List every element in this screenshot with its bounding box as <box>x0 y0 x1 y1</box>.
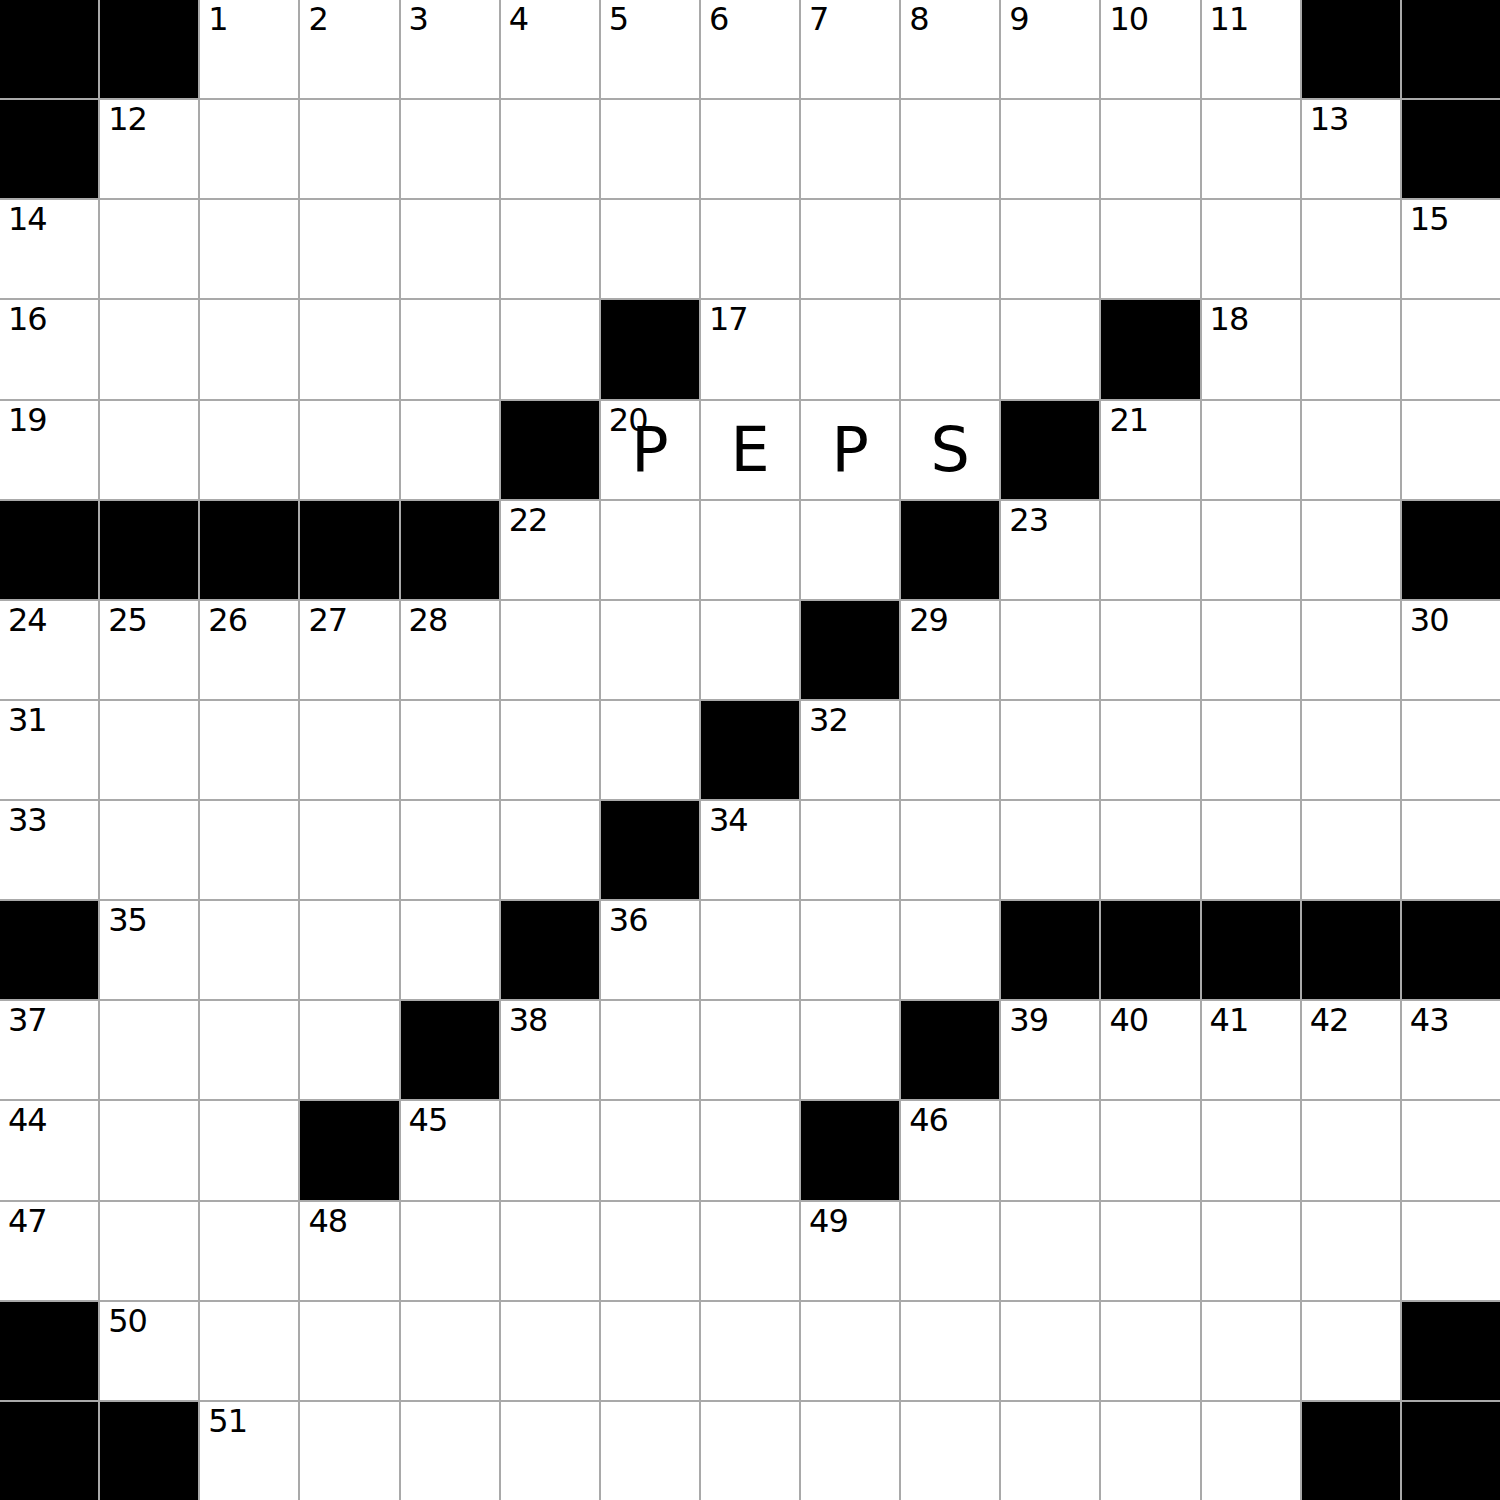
clue-number-2: 2 <box>308 2 327 37</box>
cell-r15c13[interactable] <box>1202 1402 1300 1500</box>
cell-r13c11[interactable] <box>1001 1202 1099 1300</box>
clue-number-27: 27 <box>308 603 347 638</box>
cell-r8c2[interactable] <box>100 701 198 799</box>
clue-number-1: 1 <box>208 2 227 37</box>
cell-r7c11[interactable] <box>1001 601 1099 699</box>
cell-r14c7[interactable] <box>601 1302 699 1400</box>
cell-r11c7[interactable] <box>601 1001 699 1099</box>
cell-r5c9[interactable]: P <box>801 401 899 499</box>
clue-number-12: 12 <box>108 102 147 137</box>
black-square-r4c7 <box>601 300 699 398</box>
cell-r7c4[interactable]: 27 <box>300 601 398 699</box>
clue-number-49: 49 <box>809 1204 848 1239</box>
cell-r11c3[interactable] <box>200 1001 298 1099</box>
cell-r5c7[interactable]: 20P <box>601 401 699 499</box>
cell-r7c15[interactable]: 30 <box>1402 601 1500 699</box>
clue-number-45: 45 <box>409 1103 448 1138</box>
cell-r4c5[interactable] <box>401 300 499 398</box>
cell-r4c4[interactable] <box>300 300 398 398</box>
cell-r2c4[interactable] <box>300 100 398 198</box>
clue-number-35: 35 <box>108 903 147 938</box>
cell-r4c14[interactable] <box>1302 300 1400 398</box>
black-square-r7c9 <box>801 601 899 699</box>
cell-r10c2[interactable]: 35 <box>100 901 198 999</box>
cell-r5c5[interactable] <box>401 401 499 499</box>
cell-r9c13[interactable] <box>1202 801 1300 899</box>
cell-r7c1[interactable]: 24 <box>0 601 98 699</box>
clue-number-32: 32 <box>809 703 848 738</box>
clue-number-16: 16 <box>8 302 47 337</box>
cell-r9c12[interactable] <box>1101 801 1199 899</box>
cell-r10c8[interactable] <box>701 901 799 999</box>
cell-r15c10[interactable] <box>901 1402 999 1500</box>
cell-r7c3[interactable]: 26 <box>200 601 298 699</box>
clue-number-11: 11 <box>1210 2 1249 37</box>
cell-r10c7[interactable]: 36 <box>601 901 699 999</box>
cell-r7c5[interactable]: 28 <box>401 601 499 699</box>
cell-r8c15[interactable] <box>1402 701 1500 799</box>
black-square-r6c3 <box>200 501 298 599</box>
cell-r8c10[interactable] <box>901 701 999 799</box>
clue-number-51: 51 <box>208 1404 247 1439</box>
cell-r9c5[interactable] <box>401 801 499 899</box>
cell-r3c12[interactable] <box>1101 200 1199 298</box>
clue-number-39: 39 <box>1009 1003 1048 1038</box>
cell-r6c14[interactable] <box>1302 501 1400 599</box>
black-square-r14c15 <box>1402 1302 1500 1400</box>
cell-r4c8[interactable]: 17 <box>701 300 799 398</box>
cell-r8c13[interactable] <box>1202 701 1300 799</box>
clue-number-50: 50 <box>108 1304 147 1339</box>
cell-r3c1[interactable]: 14 <box>0 200 98 298</box>
cell-r8c9[interactable]: 32 <box>801 701 899 799</box>
cell-r8c4[interactable] <box>300 701 398 799</box>
cell-r9c8[interactable]: 34 <box>701 801 799 899</box>
cell-r12c3[interactable] <box>200 1101 298 1199</box>
black-square-r10c11 <box>1001 901 1099 999</box>
entered-letter-r5c8: E <box>701 401 799 499</box>
black-square-r4c12 <box>1101 300 1199 398</box>
cell-r2c10[interactable] <box>901 100 999 198</box>
cell-r6c7[interactable] <box>601 501 699 599</box>
cell-r2c13[interactable] <box>1202 100 1300 198</box>
cell-r11c8[interactable] <box>701 1001 799 1099</box>
black-square-r14c1 <box>0 1302 98 1400</box>
cell-r5c4[interactable] <box>300 401 398 499</box>
clue-number-13: 13 <box>1310 102 1349 137</box>
black-square-r5c6 <box>501 401 599 499</box>
cell-r13c4[interactable]: 48 <box>300 1202 398 1300</box>
cell-r13c1[interactable]: 47 <box>0 1202 98 1300</box>
cell-r1c3[interactable]: 1 <box>200 0 298 98</box>
cell-r14c2[interactable]: 50 <box>100 1302 198 1400</box>
black-square-r15c14 <box>1302 1402 1400 1500</box>
cell-r13c6[interactable] <box>501 1202 599 1300</box>
cell-r3c7[interactable] <box>601 200 699 298</box>
clue-number-26: 26 <box>208 603 247 638</box>
cell-r13c3[interactable] <box>200 1202 298 1300</box>
cell-r15c8[interactable] <box>701 1402 799 1500</box>
cell-r1c10[interactable]: 8 <box>901 0 999 98</box>
cell-r10c4[interactable] <box>300 901 398 999</box>
cell-r15c7[interactable] <box>601 1402 699 1500</box>
cell-r12c11[interactable] <box>1001 1101 1099 1199</box>
black-square-r8c8 <box>701 701 799 799</box>
cell-r3c2[interactable] <box>100 200 198 298</box>
cell-r9c2[interactable] <box>100 801 198 899</box>
cell-r11c2[interactable] <box>100 1001 198 1099</box>
clue-number-28: 28 <box>409 603 448 638</box>
cell-r1c11[interactable]: 9 <box>1001 0 1099 98</box>
clue-number-41: 41 <box>1210 1003 1249 1038</box>
clue-number-46: 46 <box>909 1103 948 1138</box>
cell-r6c9[interactable] <box>801 501 899 599</box>
cell-r3c15[interactable]: 15 <box>1402 200 1500 298</box>
cell-r13c14[interactable] <box>1302 1202 1400 1300</box>
cell-r14c11[interactable] <box>1001 1302 1099 1400</box>
cell-r12c6[interactable] <box>501 1101 599 1199</box>
clue-number-3: 3 <box>409 2 428 37</box>
cell-r1c8[interactable]: 6 <box>701 0 799 98</box>
cell-r2c7[interactable] <box>601 100 699 198</box>
cell-r13c13[interactable] <box>1202 1202 1300 1300</box>
cell-r3c8[interactable] <box>701 200 799 298</box>
entered-letter-r5c7: P <box>601 401 699 499</box>
cell-r8c5[interactable] <box>401 701 499 799</box>
cell-r1c7[interactable]: 5 <box>601 0 699 98</box>
cell-r10c5[interactable] <box>401 901 499 999</box>
black-square-r1c1 <box>0 0 98 98</box>
clue-number-19: 19 <box>8 403 47 438</box>
cell-r7c8[interactable] <box>701 601 799 699</box>
black-square-r9c7 <box>601 801 699 899</box>
black-square-r6c15 <box>1402 501 1500 599</box>
clue-number-43: 43 <box>1410 1003 1449 1038</box>
black-square-r10c12 <box>1101 901 1199 999</box>
black-square-r1c15 <box>1402 0 1500 98</box>
cell-r2c5[interactable] <box>401 100 499 198</box>
clue-number-24: 24 <box>8 603 47 638</box>
black-square-r1c14 <box>1302 0 1400 98</box>
cell-r14c5[interactable] <box>401 1302 499 1400</box>
cell-r11c12[interactable]: 40 <box>1101 1001 1199 1099</box>
cell-r15c9[interactable] <box>801 1402 899 1500</box>
cell-r12c8[interactable] <box>701 1101 799 1199</box>
cell-r9c6[interactable] <box>501 801 599 899</box>
cell-r8c3[interactable] <box>200 701 298 799</box>
cell-r13c15[interactable] <box>1402 1202 1500 1300</box>
cell-r11c9[interactable] <box>801 1001 899 1099</box>
cell-r2c2[interactable]: 12 <box>100 100 198 198</box>
cell-r15c3[interactable]: 51 <box>200 1402 298 1500</box>
cell-r14c3[interactable] <box>200 1302 298 1400</box>
cell-r4c9[interactable] <box>801 300 899 398</box>
clue-number-23: 23 <box>1009 503 1048 538</box>
cell-r3c3[interactable] <box>200 200 298 298</box>
clue-number-37: 37 <box>8 1003 47 1038</box>
clue-number-22: 22 <box>509 503 548 538</box>
cell-r2c12[interactable] <box>1101 100 1199 198</box>
cell-r12c10[interactable]: 46 <box>901 1101 999 1199</box>
cell-r15c12[interactable] <box>1101 1402 1199 1500</box>
black-square-r10c1 <box>0 901 98 999</box>
clue-number-36: 36 <box>609 903 648 938</box>
cell-r7c14[interactable] <box>1302 601 1400 699</box>
cell-r9c15[interactable] <box>1402 801 1500 899</box>
cell-r3c11[interactable] <box>1001 200 1099 298</box>
black-square-r12c9 <box>801 1101 899 1199</box>
cell-r3c5[interactable] <box>401 200 499 298</box>
cell-r14c8[interactable] <box>701 1302 799 1400</box>
clue-number-8: 8 <box>909 2 928 37</box>
cell-r14c9[interactable] <box>801 1302 899 1400</box>
cell-r14c6[interactable] <box>501 1302 599 1400</box>
cell-r8c1[interactable]: 31 <box>0 701 98 799</box>
cell-r9c11[interactable] <box>1001 801 1099 899</box>
cell-r5c14[interactable] <box>1302 401 1400 499</box>
black-square-r15c15 <box>1402 1402 1500 1500</box>
clue-number-7: 7 <box>809 2 828 37</box>
clue-number-31: 31 <box>8 703 47 738</box>
cell-r4c1[interactable]: 16 <box>0 300 98 398</box>
cell-r9c14[interactable] <box>1302 801 1400 899</box>
black-square-r5c11 <box>1001 401 1099 499</box>
entered-letter-r5c10: S <box>901 401 999 499</box>
cell-r14c14[interactable] <box>1302 1302 1400 1400</box>
cell-r8c12[interactable] <box>1101 701 1199 799</box>
black-square-r6c10 <box>901 501 999 599</box>
clue-number-10: 10 <box>1109 2 1148 37</box>
black-square-r11c10 <box>901 1001 999 1099</box>
clue-number-34: 34 <box>709 803 748 838</box>
cell-r10c9[interactable] <box>801 901 899 999</box>
black-square-r15c2 <box>100 1402 198 1500</box>
clue-number-29: 29 <box>909 603 948 638</box>
cell-r12c7[interactable] <box>601 1101 699 1199</box>
cell-r14c12[interactable] <box>1101 1302 1199 1400</box>
cell-r14c4[interactable] <box>300 1302 398 1400</box>
cell-r8c6[interactable] <box>501 701 599 799</box>
cell-r6c13[interactable] <box>1202 501 1300 599</box>
cell-r3c10[interactable] <box>901 200 999 298</box>
cell-r5c8[interactable]: E <box>701 401 799 499</box>
cell-r7c13[interactable] <box>1202 601 1300 699</box>
clue-number-5: 5 <box>609 2 628 37</box>
clue-number-17: 17 <box>709 302 748 337</box>
cell-r15c11[interactable] <box>1001 1402 1099 1500</box>
cell-r9c1[interactable]: 33 <box>0 801 98 899</box>
black-square-r15c1 <box>0 1402 98 1500</box>
cell-r5c13[interactable] <box>1202 401 1300 499</box>
black-square-r6c4 <box>300 501 398 599</box>
clue-number-38: 38 <box>509 1003 548 1038</box>
cell-r4c2[interactable] <box>100 300 198 398</box>
cell-r5c15[interactable] <box>1402 401 1500 499</box>
cell-r11c4[interactable] <box>300 1001 398 1099</box>
cell-r15c4[interactable] <box>300 1402 398 1500</box>
black-square-r1c2 <box>100 0 198 98</box>
cell-r12c5[interactable]: 45 <box>401 1101 499 1199</box>
cell-r11c6[interactable]: 38 <box>501 1001 599 1099</box>
clue-number-6: 6 <box>709 2 728 37</box>
cell-r14c10[interactable] <box>901 1302 999 1400</box>
cell-r13c8[interactable] <box>701 1202 799 1300</box>
cell-r13c9[interactable]: 49 <box>801 1202 899 1300</box>
cell-r15c5[interactable] <box>401 1402 499 1500</box>
cell-r3c6[interactable] <box>501 200 599 298</box>
cell-r13c5[interactable] <box>401 1202 499 1300</box>
cell-r7c2[interactable]: 25 <box>100 601 198 699</box>
cell-r7c6[interactable] <box>501 601 599 699</box>
cell-r5c1[interactable]: 19 <box>0 401 98 499</box>
clue-number-40: 40 <box>1109 1003 1148 1038</box>
cell-r8c14[interactable] <box>1302 701 1400 799</box>
cell-r12c2[interactable] <box>100 1101 198 1199</box>
cell-r2c14[interactable]: 13 <box>1302 100 1400 198</box>
cell-r1c6[interactable]: 4 <box>501 0 599 98</box>
cell-r4c11[interactable] <box>1001 300 1099 398</box>
cell-r3c13[interactable] <box>1202 200 1300 298</box>
cell-r2c6[interactable] <box>501 100 599 198</box>
entered-letter-r5c9: P <box>801 401 899 499</box>
cell-r2c11[interactable] <box>1001 100 1099 198</box>
cell-r4c10[interactable] <box>901 300 999 398</box>
cell-r5c10[interactable]: S <box>901 401 999 499</box>
cell-r12c15[interactable] <box>1402 1101 1500 1199</box>
black-square-r6c2 <box>100 501 198 599</box>
cell-r6c12[interactable] <box>1101 501 1199 599</box>
clue-number-21: 21 <box>1109 403 1148 438</box>
cell-r5c2[interactable] <box>100 401 198 499</box>
cell-r9c4[interactable] <box>300 801 398 899</box>
cell-r4c15[interactable] <box>1402 300 1500 398</box>
cell-r7c12[interactable] <box>1101 601 1199 699</box>
cell-r7c10[interactable]: 29 <box>901 601 999 699</box>
cell-r12c14[interactable] <box>1302 1101 1400 1199</box>
cell-r6c8[interactable] <box>701 501 799 599</box>
cell-r4c6[interactable] <box>501 300 599 398</box>
cell-r7c7[interactable] <box>601 601 699 699</box>
clue-number-14: 14 <box>8 202 47 237</box>
black-square-r10c6 <box>501 901 599 999</box>
cell-r6c11[interactable]: 23 <box>1001 501 1099 599</box>
cell-r13c7[interactable] <box>601 1202 699 1300</box>
clue-number-44: 44 <box>8 1103 47 1138</box>
black-square-r11c5 <box>401 1001 499 1099</box>
cell-r9c10[interactable] <box>901 801 999 899</box>
clue-number-18: 18 <box>1210 302 1249 337</box>
cell-r11c15[interactable]: 43 <box>1402 1001 1500 1099</box>
clue-number-9: 9 <box>1009 2 1028 37</box>
cell-r1c4[interactable]: 2 <box>300 0 398 98</box>
cell-r1c12[interactable]: 10 <box>1101 0 1199 98</box>
cell-r11c13[interactable]: 41 <box>1202 1001 1300 1099</box>
cell-r4c3[interactable] <box>200 300 298 398</box>
crossword-board: 1234567891011121314151617181920PEPS21222… <box>0 0 1500 1500</box>
cell-r10c10[interactable] <box>901 901 999 999</box>
cell-r9c3[interactable] <box>200 801 298 899</box>
cell-r12c13[interactable] <box>1202 1101 1300 1199</box>
cell-r2c3[interactable] <box>200 100 298 198</box>
cell-r12c12[interactable] <box>1101 1101 1199 1199</box>
cell-r10c3[interactable] <box>200 901 298 999</box>
clue-number-47: 47 <box>8 1204 47 1239</box>
cell-r6c6[interactable]: 22 <box>501 501 599 599</box>
cell-r12c1[interactable]: 44 <box>0 1101 98 1199</box>
cell-r1c13[interactable]: 11 <box>1202 0 1300 98</box>
cell-r3c4[interactable] <box>300 200 398 298</box>
black-square-r6c1 <box>0 501 98 599</box>
black-square-r12c4 <box>300 1101 398 1199</box>
cell-r15c6[interactable] <box>501 1402 599 1500</box>
cell-r8c7[interactable] <box>601 701 699 799</box>
cell-r1c9[interactable]: 7 <box>801 0 899 98</box>
clue-number-4: 4 <box>509 2 528 37</box>
clue-number-25: 25 <box>108 603 147 638</box>
cell-r13c10[interactable] <box>901 1202 999 1300</box>
cell-r13c2[interactable] <box>100 1202 198 1300</box>
clue-number-15: 15 <box>1410 202 1449 237</box>
cell-r11c11[interactable]: 39 <box>1001 1001 1099 1099</box>
clue-number-48: 48 <box>308 1204 347 1239</box>
cell-r13c12[interactable] <box>1101 1202 1199 1300</box>
cell-r8c11[interactable] <box>1001 701 1099 799</box>
cell-r2c9[interactable] <box>801 100 899 198</box>
black-square-r10c13 <box>1202 901 1300 999</box>
cell-r11c14[interactable]: 42 <box>1302 1001 1400 1099</box>
black-square-r2c15 <box>1402 100 1500 198</box>
cell-r2c8[interactable] <box>701 100 799 198</box>
black-square-r10c14 <box>1302 901 1400 999</box>
clue-number-30: 30 <box>1410 603 1449 638</box>
cell-r5c12[interactable]: 21 <box>1101 401 1199 499</box>
cell-r14c13[interactable] <box>1202 1302 1300 1400</box>
cell-r3c9[interactable] <box>801 200 899 298</box>
cell-r11c1[interactable]: 37 <box>0 1001 98 1099</box>
cell-r5c3[interactable] <box>200 401 298 499</box>
cell-r3c14[interactable] <box>1302 200 1400 298</box>
black-square-r2c1 <box>0 100 98 198</box>
cell-r4c13[interactable]: 18 <box>1202 300 1300 398</box>
clue-number-42: 42 <box>1310 1003 1349 1038</box>
cell-r1c5[interactable]: 3 <box>401 0 499 98</box>
black-square-r6c5 <box>401 501 499 599</box>
cell-r9c9[interactable] <box>801 801 899 899</box>
black-square-r10c15 <box>1402 901 1500 999</box>
clue-number-33: 33 <box>8 803 47 838</box>
